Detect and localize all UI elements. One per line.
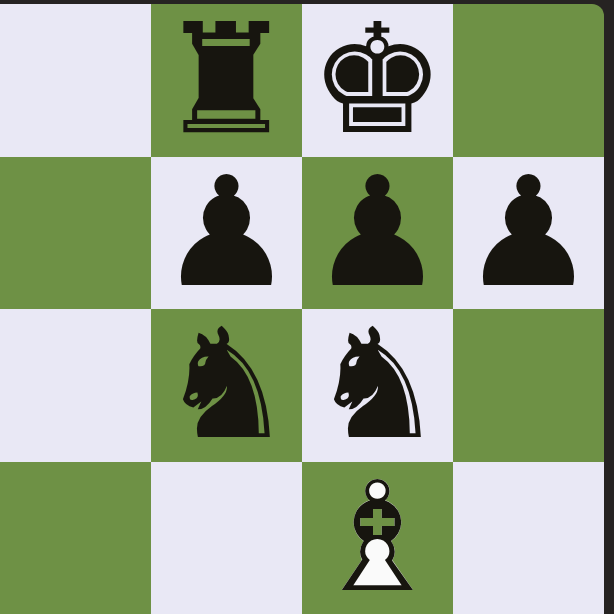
black-pawn-icon[interactable]: ♟ <box>460 157 596 309</box>
black-king-icon[interactable]: ♚ <box>309 4 445 156</box>
black-knight-icon[interactable]: ♞ <box>158 309 294 461</box>
square-b1[interactable]: ♚ <box>302 4 453 157</box>
black-rook-icon[interactable]: ♜ <box>158 4 294 156</box>
square-c4[interactable] <box>151 462 302 614</box>
page-background: { "game": "chess", "position": { "fen_pa… <box>0 0 614 614</box>
black-knight-icon[interactable]: ♞ <box>309 309 445 461</box>
white-bishop-outline-icon: ♗ <box>309 462 445 614</box>
square-c2[interactable]: ♟ <box>151 157 302 310</box>
square-b3[interactable]: ♞ <box>302 309 453 462</box>
square-a3[interactable] <box>453 309 604 462</box>
square-a4[interactable] <box>453 462 604 614</box>
square-a2[interactable]: ♟ <box>453 157 604 310</box>
square-d4[interactable] <box>0 462 151 614</box>
square-b4[interactable]: ♝♗ <box>302 462 453 614</box>
black-pawn-icon[interactable]: ♟ <box>309 157 445 309</box>
square-c3[interactable]: ♞ <box>151 309 302 462</box>
square-b2[interactable]: ♟ <box>302 157 453 310</box>
square-d1[interactable] <box>0 4 151 157</box>
black-pawn-icon[interactable]: ♟ <box>158 157 294 309</box>
square-c1[interactable]: ♜ <box>151 4 302 157</box>
chess-board[interactable]: ♜♚♟♟♟♞♞♝♗ <box>0 4 604 614</box>
square-a1[interactable] <box>453 4 604 157</box>
square-d3[interactable] <box>0 309 151 462</box>
square-d2[interactable] <box>0 157 151 310</box>
